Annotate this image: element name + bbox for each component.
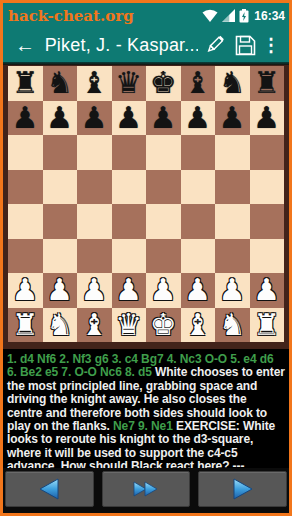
white-pawn-b2: ♟	[46, 273, 73, 307]
white-bishop-f1: ♝	[184, 308, 211, 342]
square-a6[interactable]	[8, 135, 43, 170]
black-knight-b8: ♞	[46, 66, 73, 100]
edit-icon[interactable]	[198, 34, 230, 56]
square-f5[interactable]	[181, 170, 216, 205]
overflow-menu-icon[interactable]: ⋮	[261, 34, 281, 56]
save-icon[interactable]	[230, 35, 262, 56]
square-c7[interactable]: ♟	[77, 101, 112, 136]
white-pawn-e2: ♟	[150, 273, 177, 307]
black-rook-h8: ♜	[253, 66, 280, 100]
square-c8[interactable]: ♝	[77, 66, 112, 101]
square-d3[interactable]	[112, 239, 147, 274]
square-g6[interactable]	[215, 135, 250, 170]
white-pawn-h2: ♟	[253, 273, 280, 307]
square-a2[interactable]: ♟	[8, 273, 43, 308]
square-d2[interactable]: ♟	[112, 273, 147, 308]
square-d6[interactable]	[112, 135, 147, 170]
square-b4[interactable]	[43, 204, 78, 239]
square-g5[interactable]	[215, 170, 250, 205]
app-window: hack-cheat.org 16:34 ← Piket, J. - Kaspa…	[0, 0, 292, 516]
black-pawn-a7: ♟	[12, 101, 39, 135]
square-e8[interactable]: ♚	[146, 66, 181, 101]
square-h2[interactable]: ♟	[250, 273, 285, 308]
status-bar: hack-cheat.org 16:34	[3, 3, 289, 28]
square-f6[interactable]	[181, 135, 216, 170]
square-f3[interactable]	[181, 239, 216, 274]
white-king-e1: ♚	[150, 308, 177, 342]
black-pawn-e7: ♟	[150, 101, 177, 135]
square-c6[interactable]	[77, 135, 112, 170]
right-arrow-icon	[228, 477, 258, 501]
square-e2[interactable]: ♟	[146, 273, 181, 308]
square-b5[interactable]	[43, 170, 78, 205]
square-c4[interactable]	[77, 204, 112, 239]
left-arrow-icon	[34, 477, 64, 501]
square-f7[interactable]: ♟	[181, 101, 216, 136]
square-a1[interactable]: ♜	[8, 308, 43, 343]
wifi-icon	[202, 9, 218, 22]
white-knight-b1: ♞	[46, 308, 73, 342]
square-c5[interactable]	[77, 170, 112, 205]
black-queen-d8: ♛	[115, 66, 142, 100]
square-d5[interactable]	[112, 170, 147, 205]
square-b2[interactable]: ♟	[43, 273, 78, 308]
square-e4[interactable]	[146, 204, 181, 239]
square-b6[interactable]	[43, 135, 78, 170]
white-rook-a1: ♜	[12, 308, 39, 342]
page-title: Piket, J. - Kaspar...	[45, 35, 198, 56]
black-pawn-h7: ♟	[253, 101, 280, 135]
watermark-text: hack-cheat.org	[8, 7, 134, 25]
square-g2[interactable]: ♟	[215, 273, 250, 308]
black-bishop-f8: ♝	[184, 66, 211, 100]
board-frame: ♜♞♝♛♚♝♞♜♟♟♟♟♟♟♟♟♟♟♟♟♟♟♟♟♜♞♝♛♚♝♞♜	[3, 65, 289, 349]
white-pawn-g2: ♟	[219, 273, 246, 307]
black-pawn-f7: ♟	[184, 101, 211, 135]
square-a8[interactable]: ♜	[8, 66, 43, 101]
white-pawn-a2: ♟	[12, 273, 39, 307]
navigation-bar	[3, 468, 289, 513]
double-right-arrow-icon	[131, 478, 161, 500]
square-a4[interactable]	[8, 204, 43, 239]
square-b1[interactable]: ♞	[43, 308, 78, 343]
black-bishop-c8: ♝	[81, 66, 108, 100]
square-b8[interactable]: ♞	[43, 66, 78, 101]
square-f4[interactable]	[181, 204, 216, 239]
square-f8[interactable]: ♝	[181, 66, 216, 101]
square-e7[interactable]: ♟	[146, 101, 181, 136]
square-h1[interactable]: ♜	[250, 308, 285, 343]
white-pawn-d2: ♟	[115, 273, 142, 307]
chess-board: ♜♞♝♛♚♝♞♜♟♟♟♟♟♟♟♟♟♟♟♟♟♟♟♟♜♞♝♛♚♝♞♜	[8, 66, 284, 342]
square-h6[interactable]	[250, 135, 285, 170]
square-c1[interactable]: ♝	[77, 308, 112, 343]
square-h3[interactable]	[250, 239, 285, 274]
square-c2[interactable]: ♟	[77, 273, 112, 308]
square-g1[interactable]: ♞	[215, 308, 250, 343]
previous-move-button[interactable]	[5, 471, 94, 507]
black-king-e8: ♚	[150, 66, 177, 100]
square-e1[interactable]: ♚	[146, 308, 181, 343]
back-icon[interactable]: ←	[15, 34, 45, 57]
square-b3[interactable]	[43, 239, 78, 274]
black-pawn-g7: ♟	[219, 101, 246, 135]
black-rook-a8: ♜	[12, 66, 39, 100]
square-d1[interactable]: ♛	[112, 308, 147, 343]
square-g4[interactable]	[215, 204, 250, 239]
square-c3[interactable]	[77, 239, 112, 274]
white-knight-g1: ♞	[219, 308, 246, 342]
square-b7[interactable]: ♟	[43, 101, 78, 136]
square-a7[interactable]: ♟	[8, 101, 43, 136]
next-move-button[interactable]	[198, 471, 287, 507]
white-bishop-c1: ♝	[81, 308, 108, 342]
white-queen-d1: ♛	[115, 308, 142, 342]
status-time: 16:34	[254, 9, 285, 23]
square-a5[interactable]	[8, 170, 43, 205]
square-d4[interactable]	[112, 204, 147, 239]
square-d8[interactable]: ♛	[112, 66, 147, 101]
square-e6[interactable]	[146, 135, 181, 170]
white-rook-h1: ♜	[253, 308, 280, 342]
square-h7[interactable]: ♟	[250, 101, 285, 136]
black-pawn-c7: ♟	[81, 101, 108, 135]
white-pawn-c2: ♟	[81, 273, 108, 307]
cell-signal-icon	[221, 9, 236, 22]
square-h4[interactable]	[250, 204, 285, 239]
status-icons: 16:34	[202, 9, 285, 23]
white-pawn-f2: ♟	[184, 273, 211, 307]
black-knight-g8: ♞	[219, 66, 246, 100]
black-pawn-d7: ♟	[115, 101, 142, 135]
black-pawn-b7: ♟	[46, 101, 73, 135]
square-e3[interactable]	[146, 239, 181, 274]
square-g3[interactable]	[215, 239, 250, 274]
square-g7[interactable]: ♟	[215, 101, 250, 136]
square-g8[interactable]: ♞	[215, 66, 250, 101]
app-bar: ← Piket, J. - Kaspar... ⋮	[3, 28, 289, 62]
move-text[interactable]: Ne7 9. Ne1	[113, 419, 173, 433]
move-annotation-text[interactable]: 1. d4 Nf6 2. Nf3 g6 3. c4 Bg7 4. Nc3 O-O…	[3, 349, 289, 468]
square-e5[interactable]	[146, 170, 181, 205]
battery-charging-icon	[239, 9, 249, 23]
square-f1[interactable]: ♝	[181, 308, 216, 343]
fast-forward-button[interactable]	[102, 471, 191, 507]
square-f2[interactable]: ♟	[181, 273, 216, 308]
square-h5[interactable]	[250, 170, 285, 205]
square-a3[interactable]	[8, 239, 43, 274]
square-h8[interactable]: ♜	[250, 66, 285, 101]
square-d7[interactable]: ♟	[112, 101, 147, 136]
